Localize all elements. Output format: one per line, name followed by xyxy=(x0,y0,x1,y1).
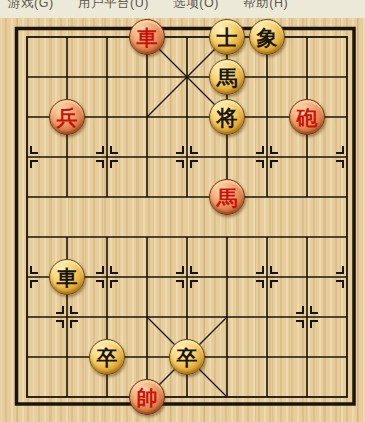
piece-black-soldier[interactable]: 卒 xyxy=(169,339,205,375)
piece-label: 象 xyxy=(257,27,278,48)
piece-label: 将 xyxy=(217,107,238,128)
piece-label: 砲 xyxy=(297,107,318,128)
piece-black-soldier[interactable]: 卒 xyxy=(89,339,125,375)
piece-red-chariot[interactable]: 車 xyxy=(129,19,165,55)
piece-red-horse[interactable]: 馬 xyxy=(209,179,245,215)
piece-black-horse[interactable]: 馬 xyxy=(209,59,245,95)
piece-black-elephant[interactable]: 象 xyxy=(249,19,285,55)
menu-game[interactable]: 游戏(G) xyxy=(4,0,58,14)
menu-bar: 游戏(G) 用户平台(U) 选项(O) 帮助(H) xyxy=(0,0,365,19)
piece-label: 兵 xyxy=(57,107,78,128)
piece-black-general[interactable]: 将 xyxy=(209,99,245,135)
piece-label: 帥 xyxy=(137,387,158,408)
piece-red-general[interactable]: 帥 xyxy=(129,379,165,415)
piece-label: 士 xyxy=(217,27,238,48)
menu-row: 游戏(G) 用户平台(U) 选项(O) 帮助(H) xyxy=(4,0,292,14)
piece-label: 馬 xyxy=(217,67,238,88)
piece-label: 車 xyxy=(57,267,78,288)
piece-label: 車 xyxy=(137,27,158,48)
piece-label: 馬 xyxy=(217,187,238,208)
piece-red-soldier[interactable]: 兵 xyxy=(49,99,85,135)
piece-label: 卒 xyxy=(97,347,118,368)
piece-black-chariot[interactable]: 車 xyxy=(49,259,85,295)
xiangqi-app-window: 游戏(G) 用户平台(U) 选项(O) 帮助(H) 車 士 象 馬 兵 将 砲 … xyxy=(0,0,365,422)
piece-red-cannon[interactable]: 砲 xyxy=(289,99,325,135)
menu-options[interactable]: 选项(O) xyxy=(169,0,223,14)
piece-label: 卒 xyxy=(177,347,198,368)
menu-help[interactable]: 帮助(H) xyxy=(239,0,292,14)
piece-black-advisor[interactable]: 士 xyxy=(209,19,245,55)
menu-user-platform[interactable]: 用户平台(U) xyxy=(74,0,153,14)
xiangqi-board[interactable]: 車 士 象 馬 兵 将 砲 馬 車 卒 卒 帥 xyxy=(0,18,365,422)
